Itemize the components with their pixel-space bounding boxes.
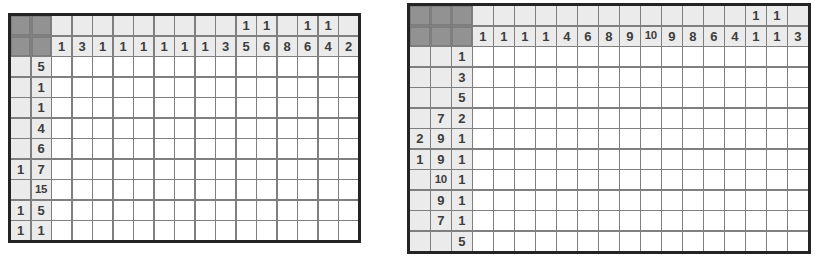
grid-cell[interactable] <box>494 68 514 87</box>
grid-cell[interactable] <box>473 211 493 230</box>
grid-cell[interactable] <box>216 119 235 138</box>
grid-cell[interactable] <box>494 232 514 251</box>
grid-cell[interactable] <box>319 180 338 199</box>
grid-cell[interactable] <box>175 180 194 199</box>
grid-cell[interactable] <box>494 109 514 128</box>
grid-cell[interactable] <box>237 98 256 117</box>
grid-cell[interactable] <box>620 191 640 210</box>
grid-cell[interactable] <box>536 150 556 169</box>
grid-cell[interactable] <box>662 129 682 148</box>
grid-cell[interactable] <box>620 232 640 251</box>
grid-cell[interactable] <box>73 160 92 179</box>
grid-cell[interactable] <box>216 160 235 179</box>
grid-cell[interactable] <box>319 78 338 97</box>
grid-cell[interactable] <box>536 170 556 189</box>
grid-cell[interactable] <box>767 150 787 169</box>
grid-cell[interactable] <box>257 98 276 117</box>
grid-cell[interactable] <box>339 160 358 179</box>
grid-cell[interactable] <box>683 109 703 128</box>
grid-cell[interactable] <box>578 170 598 189</box>
grid-cell[interactable] <box>746 88 766 107</box>
grid-cell[interactable] <box>134 160 153 179</box>
grid-cell[interactable] <box>725 129 745 148</box>
grid-cell[interactable] <box>339 78 358 97</box>
grid-cell[interactable] <box>788 191 808 210</box>
grid-cell[interactable] <box>557 68 577 87</box>
grid-cell[interactable] <box>662 170 682 189</box>
grid-cell[interactable] <box>298 57 317 76</box>
grid-cell[interactable] <box>339 98 358 117</box>
grid-cell[interactable] <box>196 160 215 179</box>
grid-cell[interactable] <box>746 170 766 189</box>
grid-cell[interactable] <box>52 221 71 240</box>
grid-cell[interactable] <box>216 78 235 97</box>
grid-cell[interactable] <box>134 201 153 220</box>
grid-cell[interactable] <box>725 68 745 87</box>
grid-cell[interactable] <box>494 88 514 107</box>
grid-cell[interactable] <box>93 57 112 76</box>
grid-cell[interactable] <box>494 150 514 169</box>
grid-cell[interactable] <box>620 47 640 66</box>
grid-cell[interactable] <box>557 232 577 251</box>
grid-cell[interactable] <box>134 119 153 138</box>
grid-cell[interactable] <box>196 98 215 117</box>
grid-cell[interactable] <box>725 150 745 169</box>
grid-cell[interactable] <box>788 170 808 189</box>
grid-cell[interactable] <box>599 150 619 169</box>
grid-cell[interactable] <box>725 47 745 66</box>
grid-cell[interactable] <box>196 57 215 76</box>
grid-cell[interactable] <box>257 119 276 138</box>
grid-cell[interactable] <box>216 98 235 117</box>
grid-cell[interactable] <box>278 221 297 240</box>
grid-cell[interactable] <box>155 78 174 97</box>
grid-cell[interactable] <box>788 68 808 87</box>
grid-cell[interactable] <box>599 211 619 230</box>
grid-cell[interactable] <box>599 129 619 148</box>
grid-cell[interactable] <box>704 47 724 66</box>
grid-cell[interactable] <box>257 78 276 97</box>
grid-cell[interactable] <box>746 68 766 87</box>
grid-cell[interactable] <box>599 88 619 107</box>
grid-cell[interactable] <box>767 129 787 148</box>
grid-cell[interactable] <box>767 68 787 87</box>
grid-cell[interactable] <box>662 88 682 107</box>
grid-cell[interactable] <box>578 47 598 66</box>
grid-cell[interactable] <box>93 119 112 138</box>
grid-cell[interactable] <box>339 221 358 240</box>
grid-cell[interactable] <box>278 160 297 179</box>
grid-cell[interactable] <box>93 221 112 240</box>
grid-cell[interactable] <box>237 201 256 220</box>
grid-cell[interactable] <box>155 221 174 240</box>
grid-cell[interactable] <box>746 191 766 210</box>
grid-cell[interactable] <box>767 191 787 210</box>
grid-cell[interactable] <box>237 119 256 138</box>
grid-cell[interactable] <box>683 191 703 210</box>
grid-cell[interactable] <box>641 170 661 189</box>
grid-cell[interactable] <box>557 170 577 189</box>
grid-cell[interactable] <box>52 180 71 199</box>
grid-cell[interactable] <box>515 47 535 66</box>
grid-cell[interactable] <box>746 232 766 251</box>
grid-cell[interactable] <box>298 201 317 220</box>
grid-cell[interactable] <box>175 160 194 179</box>
grid-cell[interactable] <box>536 109 556 128</box>
grid-cell[interactable] <box>557 191 577 210</box>
grid-cell[interactable] <box>73 180 92 199</box>
grid-cell[interactable] <box>298 119 317 138</box>
grid-cell[interactable] <box>641 109 661 128</box>
grid-cell[interactable] <box>725 170 745 189</box>
grid-cell[interactable] <box>746 109 766 128</box>
grid-cell[interactable] <box>683 211 703 230</box>
grid-cell[interactable] <box>175 221 194 240</box>
grid-cell[interactable] <box>620 88 640 107</box>
grid-cell[interactable] <box>599 232 619 251</box>
grid-cell[interactable] <box>278 180 297 199</box>
grid-cell[interactable] <box>620 109 640 128</box>
grid-cell[interactable] <box>196 180 215 199</box>
grid-cell[interactable] <box>704 68 724 87</box>
grid-cell[interactable] <box>767 109 787 128</box>
grid-cell[interactable] <box>494 191 514 210</box>
grid-cell[interactable] <box>788 129 808 148</box>
grid-cell[interactable] <box>278 98 297 117</box>
grid-cell[interactable] <box>746 129 766 148</box>
grid-cell[interactable] <box>473 150 493 169</box>
grid-cell[interactable] <box>767 47 787 66</box>
row-clue-cell: 1 <box>32 221 51 240</box>
grid-cell[interactable] <box>473 109 493 128</box>
grid-cell[interactable] <box>662 232 682 251</box>
grid-cell[interactable] <box>257 221 276 240</box>
grid-cell[interactable] <box>298 139 317 158</box>
row-clue-cell <box>11 98 30 117</box>
grid-cell[interactable] <box>196 221 215 240</box>
grid-cell[interactable] <box>557 109 577 128</box>
grid-cell[interactable] <box>155 201 174 220</box>
grid-cell[interactable] <box>257 139 276 158</box>
grid-cell[interactable] <box>257 57 276 76</box>
grid-cell[interactable] <box>237 221 256 240</box>
grid-cell[interactable] <box>557 88 577 107</box>
grid-cell[interactable] <box>473 232 493 251</box>
grid-cell[interactable] <box>515 88 535 107</box>
grid-cell[interactable] <box>641 232 661 251</box>
grid-cell[interactable] <box>298 180 317 199</box>
grid-cell[interactable] <box>746 150 766 169</box>
grid-cell[interactable] <box>155 98 174 117</box>
grid-cell[interactable] <box>599 47 619 66</box>
grid-cell[interactable] <box>52 78 71 97</box>
grid-cell[interactable] <box>73 98 92 117</box>
grid-cell[interactable] <box>515 150 535 169</box>
grid-cell[interactable] <box>216 201 235 220</box>
grid-cell[interactable] <box>339 57 358 76</box>
grid-cell[interactable] <box>620 129 640 148</box>
grid-cell[interactable] <box>578 88 598 107</box>
grid-cell[interactable] <box>557 211 577 230</box>
grid-cell[interactable] <box>237 78 256 97</box>
grid-cell[interactable] <box>557 129 577 148</box>
grid-cell[interactable] <box>599 191 619 210</box>
grid-cell[interactable] <box>683 129 703 148</box>
grid-cell[interactable] <box>473 68 493 87</box>
grid-cell[interactable] <box>746 211 766 230</box>
grid-cell[interactable] <box>494 129 514 148</box>
grid-cell[interactable] <box>298 98 317 117</box>
grid-cell[interactable] <box>473 47 493 66</box>
grid-cell[interactable] <box>93 98 112 117</box>
grid-cell[interactable] <box>93 160 112 179</box>
grid-cell[interactable] <box>73 57 92 76</box>
grid-cell[interactable] <box>175 78 194 97</box>
grid-cell[interactable] <box>93 201 112 220</box>
grid-cell[interactable] <box>725 109 745 128</box>
grid-cell[interactable] <box>515 129 535 148</box>
grid-cell[interactable] <box>134 180 153 199</box>
grid-cell[interactable] <box>278 78 297 97</box>
grid-cell[interactable] <box>788 232 808 251</box>
grid-cell[interactable] <box>746 47 766 66</box>
grid-cell[interactable] <box>578 191 598 210</box>
grid-cell[interactable] <box>641 68 661 87</box>
grid-cell[interactable] <box>515 191 535 210</box>
grid-cell[interactable] <box>704 129 724 148</box>
grid-cell[interactable] <box>52 160 71 179</box>
grid-cell[interactable] <box>683 68 703 87</box>
grid-cell[interactable] <box>134 78 153 97</box>
grid-cell[interactable] <box>52 139 71 158</box>
grid-cell[interactable] <box>114 221 133 240</box>
grid-cell[interactable] <box>704 88 724 107</box>
grid-cell[interactable] <box>536 88 556 107</box>
grid-cell[interactable] <box>599 68 619 87</box>
grid-cell[interactable] <box>494 170 514 189</box>
grid-cell[interactable] <box>93 180 112 199</box>
col-clue-cell <box>725 6 745 25</box>
grid-cell[interactable] <box>339 201 358 220</box>
grid-cell[interactable] <box>216 57 235 76</box>
grid-cell[interactable] <box>620 150 640 169</box>
grid-cell[interactable] <box>662 68 682 87</box>
grid-cell[interactable] <box>52 201 71 220</box>
grid-cell[interactable] <box>494 47 514 66</box>
grid-cell[interactable] <box>788 211 808 230</box>
grid-cell[interactable] <box>725 88 745 107</box>
grid-cell[interactable] <box>52 119 71 138</box>
grid-cell[interactable] <box>515 170 535 189</box>
grid-cell[interactable] <box>134 57 153 76</box>
grid-cell[interactable] <box>319 221 338 240</box>
grid-cell[interactable] <box>339 180 358 199</box>
grid-cell[interactable] <box>93 78 112 97</box>
grid-cell[interactable] <box>319 119 338 138</box>
grid-cell[interactable] <box>114 139 133 158</box>
grid-cell[interactable] <box>725 191 745 210</box>
grid-cell[interactable] <box>704 170 724 189</box>
grid-cell[interactable] <box>515 109 535 128</box>
grid-cell[interactable] <box>578 211 598 230</box>
grid-cell[interactable] <box>278 119 297 138</box>
grid-cell[interactable] <box>767 232 787 251</box>
grid-cell[interactable] <box>319 160 338 179</box>
grid-cell[interactable] <box>641 47 661 66</box>
grid-cell[interactable] <box>515 232 535 251</box>
grid-cell[interactable] <box>52 98 71 117</box>
grid-cell[interactable] <box>662 191 682 210</box>
grid-cell[interactable] <box>578 129 598 148</box>
grid-cell[interactable] <box>662 109 682 128</box>
grid-cell[interactable] <box>175 201 194 220</box>
grid-cell[interactable] <box>319 57 338 76</box>
grid-cell[interactable] <box>515 68 535 87</box>
grid-cell[interactable] <box>73 139 92 158</box>
grid-cell[interactable] <box>578 232 598 251</box>
grid-cell[interactable] <box>114 119 133 138</box>
grid-cell[interactable] <box>278 139 297 158</box>
grid-cell[interactable] <box>725 211 745 230</box>
grid-cell[interactable] <box>557 150 577 169</box>
grid-cell[interactable] <box>196 139 215 158</box>
grid-cell[interactable] <box>536 129 556 148</box>
grid-cell[interactable] <box>662 150 682 169</box>
grid-cell[interactable] <box>134 221 153 240</box>
grid-cell[interactable] <box>73 201 92 220</box>
grid-cell[interactable] <box>237 160 256 179</box>
grid-cell[interactable] <box>767 170 787 189</box>
grid-cell[interactable] <box>114 201 133 220</box>
grid-cell[interactable] <box>473 191 493 210</box>
grid-cell[interactable] <box>767 88 787 107</box>
grid-cell[interactable] <box>578 68 598 87</box>
grid-cell[interactable] <box>641 129 661 148</box>
grid-cell[interactable] <box>175 139 194 158</box>
grid-cell[interactable] <box>175 98 194 117</box>
grid-cell[interactable] <box>788 47 808 66</box>
grid-cell[interactable] <box>339 139 358 158</box>
grid-cell[interactable] <box>155 160 174 179</box>
grid-cell[interactable] <box>662 211 682 230</box>
grid-cell[interactable] <box>155 119 174 138</box>
grid-cell[interactable] <box>237 57 256 76</box>
grid-cell[interactable] <box>725 232 745 251</box>
grid-cell[interactable] <box>788 109 808 128</box>
grid-cell[interactable] <box>536 211 556 230</box>
grid-cell[interactable] <box>683 232 703 251</box>
grid-cell[interactable] <box>73 221 92 240</box>
grid-cell[interactable] <box>704 232 724 251</box>
grid-cell[interactable] <box>536 232 556 251</box>
grid-cell[interactable] <box>536 47 556 66</box>
grid-cell[interactable] <box>599 170 619 189</box>
grid-cell[interactable] <box>257 201 276 220</box>
grid-cell[interactable] <box>298 78 317 97</box>
grid-cell[interactable] <box>515 211 535 230</box>
grid-cell[interactable] <box>155 57 174 76</box>
grid-cell[interactable] <box>196 119 215 138</box>
grid-cell[interactable] <box>278 201 297 220</box>
grid-cell[interactable] <box>473 129 493 148</box>
grid-cell[interactable] <box>788 88 808 107</box>
grid-cell[interactable] <box>319 139 338 158</box>
grid-cell[interactable] <box>73 119 92 138</box>
grid-cell[interactable] <box>704 109 724 128</box>
grid-cell[interactable] <box>683 88 703 107</box>
grid-cell[interactable] <box>641 211 661 230</box>
grid-cell[interactable] <box>237 180 256 199</box>
grid-cell[interactable] <box>114 57 133 76</box>
grid-cell[interactable] <box>704 211 724 230</box>
grid-cell[interactable] <box>683 170 703 189</box>
grid-cell[interactable] <box>114 78 133 97</box>
grid-cell[interactable] <box>93 139 112 158</box>
grid-cell[interactable] <box>52 57 71 76</box>
grid-cell[interactable] <box>683 150 703 169</box>
grid-cell[interactable] <box>216 180 235 199</box>
grid-cell[interactable] <box>298 221 317 240</box>
grid-cell[interactable] <box>134 98 153 117</box>
grid-cell[interactable] <box>175 119 194 138</box>
grid-cell[interactable] <box>319 98 338 117</box>
grid-cell[interactable] <box>114 180 133 199</box>
grid-cell[interactable] <box>767 211 787 230</box>
grid-cell[interactable] <box>319 201 338 220</box>
grid-cell[interactable] <box>788 150 808 169</box>
grid-cell[interactable] <box>704 150 724 169</box>
grid-cell[interactable] <box>473 170 493 189</box>
grid-cell[interactable] <box>557 47 577 66</box>
grid-cell[interactable] <box>339 119 358 138</box>
grid-cell[interactable] <box>114 160 133 179</box>
grid-cell[interactable] <box>237 139 256 158</box>
grid-cell[interactable] <box>134 139 153 158</box>
grid-cell[interactable] <box>155 139 174 158</box>
grid-cell[interactable] <box>298 160 317 179</box>
grid-cell[interactable] <box>216 139 235 158</box>
grid-cell[interactable] <box>641 88 661 107</box>
grid-cell[interactable] <box>704 191 724 210</box>
grid-cell[interactable] <box>216 221 235 240</box>
grid-cell[interactable] <box>578 150 598 169</box>
grid-cell[interactable] <box>641 150 661 169</box>
grid-cell[interactable] <box>257 160 276 179</box>
grid-cell[interactable] <box>278 57 297 76</box>
grid-cell[interactable] <box>662 47 682 66</box>
grid-cell[interactable] <box>599 109 619 128</box>
grid-cell[interactable] <box>620 170 640 189</box>
grid-cell[interactable] <box>683 47 703 66</box>
grid-cell[interactable] <box>536 191 556 210</box>
grid-cell[interactable] <box>196 201 215 220</box>
grid-cell[interactable] <box>536 68 556 87</box>
grid-cell[interactable] <box>155 180 174 199</box>
grid-cell[interactable] <box>578 109 598 128</box>
grid-cell[interactable] <box>175 57 194 76</box>
grid-cell[interactable] <box>73 78 92 97</box>
grid-cell[interactable] <box>257 180 276 199</box>
grid-cell[interactable] <box>620 211 640 230</box>
grid-cell[interactable] <box>641 191 661 210</box>
grid-cell[interactable] <box>114 98 133 117</box>
col-clue-cell <box>620 6 640 25</box>
grid-cell[interactable] <box>473 88 493 107</box>
grid-cell[interactable] <box>196 78 215 97</box>
row-clue-cell: 7 <box>431 109 451 128</box>
grid-cell[interactable] <box>620 68 640 87</box>
grid-cell[interactable] <box>494 211 514 230</box>
